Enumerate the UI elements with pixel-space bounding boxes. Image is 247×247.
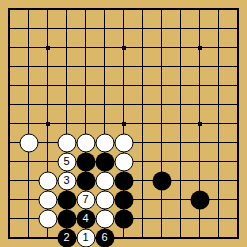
- board-intersection[interactable]: [152, 190, 171, 209]
- board-intersection[interactable]: [19, 76, 38, 95]
- black-stone: 2: [57, 228, 76, 247]
- board-intersection[interactable]: [228, 228, 247, 247]
- board-intersection[interactable]: [95, 133, 114, 152]
- board-intersection[interactable]: [0, 171, 19, 190]
- board-intersection[interactable]: [209, 190, 228, 209]
- board-intersection[interactable]: [38, 76, 57, 95]
- board-intersection[interactable]: [228, 38, 247, 57]
- board-intersection[interactable]: [133, 19, 152, 38]
- board-intersection[interactable]: [38, 0, 57, 19]
- board-intersection[interactable]: [133, 152, 152, 171]
- board-intersection[interactable]: [171, 19, 190, 38]
- move-number: 5: [63, 156, 69, 167]
- go-board: 5374216: [0, 0, 247, 247]
- board-intersection[interactable]: [19, 171, 38, 190]
- board-intersection[interactable]: [228, 209, 247, 228]
- board-intersection[interactable]: [171, 171, 190, 190]
- board-intersection[interactable]: [57, 0, 76, 19]
- white-stone: [95, 171, 114, 190]
- board-intersection[interactable]: [133, 171, 152, 190]
- board-intersection[interactable]: [209, 95, 228, 114]
- board-intersection[interactable]: [0, 19, 19, 38]
- star-point: [122, 46, 126, 50]
- board-intersection[interactable]: [57, 209, 76, 228]
- board-intersection[interactable]: [133, 38, 152, 57]
- board-intersection[interactable]: [114, 38, 133, 57]
- black-stone: [190, 190, 209, 209]
- board-intersection[interactable]: [133, 114, 152, 133]
- board-intersection[interactable]: [95, 38, 114, 57]
- board-intersection[interactable]: [209, 76, 228, 95]
- board-intersection[interactable]: [38, 190, 57, 209]
- board-intersection[interactable]: [76, 57, 95, 76]
- board-intersection[interactable]: [228, 133, 247, 152]
- board-intersection[interactable]: [95, 0, 114, 19]
- board-intersection[interactable]: [228, 171, 247, 190]
- board-intersection[interactable]: [114, 152, 133, 171]
- board-intersection[interactable]: [0, 95, 19, 114]
- board-intersection[interactable]: [19, 57, 38, 76]
- board-intersection[interactable]: [95, 209, 114, 228]
- white-stone: [95, 133, 114, 152]
- board-intersection[interactable]: 1: [76, 228, 95, 247]
- board-intersection[interactable]: [209, 152, 228, 171]
- white-stone: [95, 190, 114, 209]
- board-intersection[interactable]: [209, 133, 228, 152]
- board-intersection[interactable]: [19, 95, 38, 114]
- board-intersection[interactable]: [19, 133, 38, 152]
- board-intersection[interactable]: [76, 0, 95, 19]
- white-stone: [114, 133, 133, 152]
- board-intersection[interactable]: [171, 228, 190, 247]
- board-intersection[interactable]: [38, 114, 57, 133]
- board-intersection[interactable]: [133, 76, 152, 95]
- board-intersection[interactable]: [0, 209, 19, 228]
- board-intersection[interactable]: [38, 133, 57, 152]
- board-intersection[interactable]: [0, 114, 19, 133]
- white-stone: 5: [57, 152, 76, 171]
- board-intersection[interactable]: [152, 95, 171, 114]
- board-intersection[interactable]: [0, 228, 19, 247]
- board-intersection[interactable]: [171, 0, 190, 19]
- board-intersection[interactable]: [76, 95, 95, 114]
- board-intersection[interactable]: [228, 19, 247, 38]
- board-intersection[interactable]: [228, 76, 247, 95]
- board-intersection[interactable]: [171, 133, 190, 152]
- black-stone: [95, 152, 114, 171]
- board-intersection[interactable]: [19, 190, 38, 209]
- board-intersection[interactable]: [190, 38, 209, 57]
- board-intersection[interactable]: [171, 95, 190, 114]
- board-intersection[interactable]: [133, 95, 152, 114]
- move-number: 2: [63, 232, 69, 243]
- board-intersection[interactable]: 6: [95, 228, 114, 247]
- board-intersection[interactable]: [57, 114, 76, 133]
- black-stone: [76, 152, 95, 171]
- board-intersection[interactable]: [114, 0, 133, 19]
- board-intersection[interactable]: [152, 171, 171, 190]
- board-intersection[interactable]: [95, 57, 114, 76]
- board-intersection[interactable]: [171, 57, 190, 76]
- board-intersection[interactable]: [57, 38, 76, 57]
- board-intersection[interactable]: [57, 19, 76, 38]
- board-intersection[interactable]: [114, 190, 133, 209]
- board-intersection[interactable]: [95, 95, 114, 114]
- white-stone: [57, 133, 76, 152]
- board-intersection[interactable]: [76, 38, 95, 57]
- board-intersection[interactable]: [190, 19, 209, 38]
- board-intersection[interactable]: [0, 133, 19, 152]
- white-stone: [19, 133, 38, 152]
- board-intersection[interactable]: [228, 0, 247, 19]
- board-intersection[interactable]: [38, 57, 57, 76]
- board-intersection[interactable]: [152, 228, 171, 247]
- board-intersection[interactable]: [0, 152, 19, 171]
- board-intersection[interactable]: [19, 209, 38, 228]
- white-stone: 1: [76, 228, 95, 247]
- board-intersection[interactable]: [190, 76, 209, 95]
- go-diagram: 5374216: [0, 0, 247, 247]
- board-intersection[interactable]: [152, 57, 171, 76]
- board-intersection[interactable]: [19, 152, 38, 171]
- board-intersection[interactable]: [38, 95, 57, 114]
- board-intersection[interactable]: [95, 114, 114, 133]
- white-stone: [38, 209, 57, 228]
- white-stone: [38, 171, 57, 190]
- board-intersection[interactable]: [228, 57, 247, 76]
- board-intersection[interactable]: [190, 133, 209, 152]
- board-intersection[interactable]: [133, 57, 152, 76]
- board-intersection[interactable]: [190, 171, 209, 190]
- board-intersection[interactable]: [57, 57, 76, 76]
- board-intersection[interactable]: [209, 38, 228, 57]
- board-intersection[interactable]: [171, 190, 190, 209]
- board-intersection[interactable]: [133, 0, 152, 19]
- white-stone: [114, 152, 133, 171]
- board-intersection[interactable]: [57, 190, 76, 209]
- board-intersection[interactable]: [152, 38, 171, 57]
- board-intersection[interactable]: [38, 209, 57, 228]
- board-intersection[interactable]: [152, 114, 171, 133]
- board-intersection[interactable]: [19, 0, 38, 19]
- board-intersection[interactable]: [228, 114, 247, 133]
- board-intersection[interactable]: [190, 228, 209, 247]
- move-number: 3: [63, 175, 69, 186]
- board-intersection[interactable]: [57, 76, 76, 95]
- board-intersection[interactable]: [152, 133, 171, 152]
- white-stone: [38, 190, 57, 209]
- board-intersection[interactable]: [209, 171, 228, 190]
- white-stone: 3: [57, 171, 76, 190]
- board-intersection[interactable]: [152, 19, 171, 38]
- board-intersection[interactable]: [0, 38, 19, 57]
- board-intersection[interactable]: [76, 19, 95, 38]
- board-intersection[interactable]: [228, 95, 247, 114]
- black-stone: 4: [76, 209, 95, 228]
- board-intersection[interactable]: [133, 190, 152, 209]
- board-intersection[interactable]: [76, 114, 95, 133]
- black-stone: [114, 171, 133, 190]
- board-intersection[interactable]: [0, 0, 19, 19]
- board-intersection[interactable]: [114, 209, 133, 228]
- board-intersection[interactable]: [171, 38, 190, 57]
- board-intersection[interactable]: [19, 114, 38, 133]
- board-intersection[interactable]: [190, 57, 209, 76]
- board-intersection[interactable]: [228, 152, 247, 171]
- black-stone: [57, 190, 76, 209]
- board-intersection[interactable]: [114, 19, 133, 38]
- board-intersection[interactable]: [95, 19, 114, 38]
- move-number: 4: [82, 213, 88, 224]
- board-intersection[interactable]: [190, 190, 209, 209]
- move-number: 7: [82, 194, 88, 205]
- board-intersection[interactable]: [171, 76, 190, 95]
- board-intersection[interactable]: 2: [57, 228, 76, 247]
- board-intersection[interactable]: [95, 76, 114, 95]
- board-intersection[interactable]: [228, 190, 247, 209]
- board-intersection[interactable]: [57, 133, 76, 152]
- board-intersection[interactable]: [76, 133, 95, 152]
- star-point: [122, 122, 126, 126]
- board-intersection[interactable]: [19, 38, 38, 57]
- board-intersection[interactable]: [152, 152, 171, 171]
- board-intersection[interactable]: [95, 190, 114, 209]
- board-intersection[interactable]: [171, 152, 190, 171]
- board-intersection[interactable]: [133, 133, 152, 152]
- board-intersection[interactable]: [114, 57, 133, 76]
- board-intersection[interactable]: 5: [57, 152, 76, 171]
- board-intersection[interactable]: [0, 57, 19, 76]
- board-intersection[interactable]: [133, 228, 152, 247]
- move-number: 6: [101, 232, 107, 243]
- board-intersection[interactable]: 4: [76, 209, 95, 228]
- board-intersection[interactable]: [152, 76, 171, 95]
- black-stone: 6: [95, 228, 114, 247]
- white-stone: 7: [76, 190, 95, 209]
- black-stone: [152, 171, 171, 190]
- board-intersection[interactable]: [76, 76, 95, 95]
- board-intersection[interactable]: [133, 209, 152, 228]
- board-intersection[interactable]: [19, 228, 38, 247]
- board-intersection[interactable]: [190, 95, 209, 114]
- board-intersection[interactable]: [114, 114, 133, 133]
- board-intersection[interactable]: [209, 114, 228, 133]
- black-stone: [76, 171, 95, 190]
- black-stone: [57, 209, 76, 228]
- black-stone: [114, 209, 133, 228]
- board-intersection[interactable]: [38, 228, 57, 247]
- board-intersection[interactable]: [209, 19, 228, 38]
- board-intersection[interactable]: [209, 228, 228, 247]
- star-point: [198, 46, 202, 50]
- white-stone: [95, 209, 114, 228]
- star-point: [198, 122, 202, 126]
- board-intersection[interactable]: [114, 95, 133, 114]
- move-number: 1: [82, 232, 88, 243]
- board-intersection[interactable]: [114, 228, 133, 247]
- board-intersection[interactable]: [190, 0, 209, 19]
- board-intersection[interactable]: [114, 133, 133, 152]
- board-intersection[interactable]: [190, 114, 209, 133]
- board-intersection[interactable]: [76, 152, 95, 171]
- board-intersection[interactable]: 3: [57, 171, 76, 190]
- board-intersection[interactable]: [95, 152, 114, 171]
- star-point: [46, 46, 50, 50]
- board-intersection[interactable]: [190, 209, 209, 228]
- board-intersection[interactable]: 7: [76, 190, 95, 209]
- board-intersection[interactable]: [38, 171, 57, 190]
- board-intersection[interactable]: [38, 152, 57, 171]
- board-intersection[interactable]: [171, 209, 190, 228]
- board-intersection[interactable]: [209, 0, 228, 19]
- board-intersection[interactable]: [152, 209, 171, 228]
- star-point: [46, 122, 50, 126]
- board-intersection[interactable]: [95, 171, 114, 190]
- board-intersection[interactable]: [38, 38, 57, 57]
- board-intersection[interactable]: [76, 171, 95, 190]
- board-intersection[interactable]: [190, 152, 209, 171]
- board-intersection[interactable]: [152, 0, 171, 19]
- black-stone: [114, 190, 133, 209]
- board-intersection[interactable]: [114, 76, 133, 95]
- white-stone: [76, 133, 95, 152]
- board-intersection[interactable]: [114, 171, 133, 190]
- board-intersection[interactable]: [19, 19, 38, 38]
- board-intersection[interactable]: [171, 114, 190, 133]
- board-intersection[interactable]: [0, 76, 19, 95]
- board-intersection[interactable]: [209, 57, 228, 76]
- board-intersection[interactable]: [0, 190, 19, 209]
- board-intersection[interactable]: [57, 95, 76, 114]
- board-intersection[interactable]: [209, 209, 228, 228]
- board-intersection[interactable]: [38, 19, 57, 38]
